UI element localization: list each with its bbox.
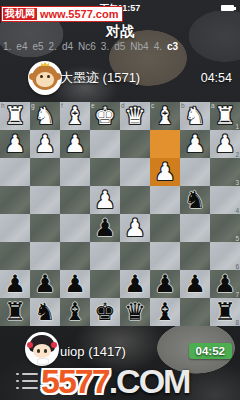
square-b3[interactable] <box>180 158 210 186</box>
piece-bP: ♟ <box>60 270 90 298</box>
square-b5[interactable] <box>180 214 210 242</box>
square-f3[interactable] <box>60 158 90 186</box>
piece-wR: ♜ <box>210 102 240 130</box>
watermark-number: 5577 <box>41 362 109 400</box>
ad-site-name: 我机网 <box>3 8 37 20</box>
piece-bN: ♞ <box>180 186 210 214</box>
square-b1[interactable]: b♞ <box>180 102 210 130</box>
piece-wN: ♞ <box>180 102 210 130</box>
square-d8[interactable]: ♛ <box>120 298 150 326</box>
square-b4[interactable]: ♞ <box>180 186 210 214</box>
square-e5[interactable]: ♟ <box>90 214 120 242</box>
opponent-name: 大墨迹 (1571) <box>60 69 140 87</box>
square-a6[interactable]: 6 <box>210 242 240 270</box>
square-d2[interactable] <box>120 130 150 158</box>
square-e3[interactable] <box>90 158 120 186</box>
square-e2[interactable] <box>90 130 120 158</box>
girl-eye <box>44 349 47 353</box>
square-g8[interactable]: ♞ <box>30 298 60 326</box>
move-token: 1. <box>3 41 11 52</box>
piece-wK: ♚ <box>90 102 120 130</box>
square-e7[interactable] <box>90 270 120 298</box>
square-d5[interactable]: ♟ <box>120 214 150 242</box>
square-a5[interactable]: 5 <box>210 214 240 242</box>
rank-label: 5 <box>235 235 239 242</box>
square-g5[interactable] <box>30 214 60 242</box>
square-g6[interactable] <box>30 242 60 270</box>
square-b6[interactable] <box>180 242 210 270</box>
piece-bP: ♟ <box>210 270 240 298</box>
square-d7[interactable]: ♟ <box>120 270 150 298</box>
piece-bR: ♜ <box>0 298 30 326</box>
piece-wP: ♟ <box>30 130 60 158</box>
chess-board: h♜g♞f♝e♚d♛c♝b♞a1♜♟♟♟♟2♟♟3♟♞4♟♟56♟♟♟♟♟♟7♟… <box>0 102 240 326</box>
piece-bP: ♟ <box>180 270 210 298</box>
piece-bP: ♟ <box>0 270 30 298</box>
monkey-eye <box>40 75 43 78</box>
square-a4[interactable]: 4 <box>210 186 240 214</box>
square-e6[interactable] <box>90 242 120 270</box>
piece-wP: ♟ <box>60 130 90 158</box>
page-title: 对战 <box>0 23 240 41</box>
square-c3[interactable]: ♟ <box>150 158 180 186</box>
piece-bB: ♝ <box>150 298 180 326</box>
ad-watermark-badge[interactable]: 我机网 www.5577.com <box>1 6 123 22</box>
square-g1[interactable]: g♞ <box>30 102 60 130</box>
square-h5[interactable] <box>0 214 30 242</box>
square-g4[interactable] <box>30 186 60 214</box>
square-g2[interactable]: ♟ <box>30 130 60 158</box>
piece-wB: ♝ <box>150 102 180 130</box>
piece-wP: ♟ <box>150 158 180 186</box>
piece-wR: ♜ <box>0 102 30 130</box>
square-h3[interactable] <box>0 158 30 186</box>
piece-bN: ♞ <box>30 298 60 326</box>
square-a8[interactable]: 8♜ <box>210 298 240 326</box>
girl-bow <box>51 342 57 348</box>
square-d6[interactable] <box>120 242 150 270</box>
square-h8[interactable]: ♜ <box>0 298 30 326</box>
piece-bQ: ♛ <box>120 298 150 326</box>
move-token: Nb4 <box>130 41 148 52</box>
square-f7[interactable]: ♟ <box>60 270 90 298</box>
watermark-suffix: .COM <box>109 362 190 400</box>
piece-bP: ♟ <box>90 214 120 242</box>
square-f1[interactable]: f♝ <box>60 102 90 130</box>
rank-label: 6 <box>235 263 239 270</box>
square-f5[interactable] <box>60 214 90 242</box>
piece-wN: ♞ <box>30 102 60 130</box>
square-h7[interactable]: ♟ <box>0 270 30 298</box>
list-menu-icon[interactable] <box>15 372 39 391</box>
piece-bK: ♚ <box>90 298 120 326</box>
move-token: 2. <box>49 41 57 52</box>
piece-wB: ♝ <box>60 102 90 130</box>
monkey-ear <box>29 73 36 80</box>
rank-label: 3 <box>235 179 239 186</box>
square-f2[interactable]: ♟ <box>60 130 90 158</box>
square-h1[interactable]: h♜ <box>0 102 30 130</box>
piece-bB: ♝ <box>60 298 90 326</box>
opponent-clock: 04:54 <box>201 71 232 85</box>
move-token: 4. <box>154 41 162 52</box>
square-e8[interactable]: ♚ <box>90 298 120 326</box>
move-token: c3 <box>167 41 178 52</box>
square-f6[interactable] <box>60 242 90 270</box>
piece-wP: ♟ <box>210 130 240 158</box>
move-list: 1.e4e52.d4Nc63.d5Nb44.c3 <box>0 41 240 52</box>
app-screen: 下午11:57 我机网 www.5577.com 对战 1.e4e52.d4Nc… <box>0 0 240 400</box>
square-h6[interactable] <box>0 242 30 270</box>
square-g7[interactable]: ♟ <box>30 270 60 298</box>
square-f8[interactable]: ♝ <box>60 298 90 326</box>
piece-wP: ♟ <box>90 186 120 214</box>
girl-eye <box>37 349 40 353</box>
square-b2[interactable]: ♟ <box>180 130 210 158</box>
square-c7[interactable]: ♟ <box>150 270 180 298</box>
piece-wP: ♟ <box>180 130 210 158</box>
square-g3[interactable] <box>30 158 60 186</box>
ad-site-url: www.5577.com <box>37 8 121 20</box>
rank-label: 4 <box>235 207 239 214</box>
square-a3[interactable]: 3 <box>210 158 240 186</box>
square-a1[interactable]: a1♜ <box>210 102 240 130</box>
square-f4[interactable] <box>60 186 90 214</box>
square-b7[interactable]: ♟ <box>180 270 210 298</box>
move-token: d4 <box>62 41 73 52</box>
square-c5[interactable] <box>150 214 180 242</box>
move-token: Nc6 <box>78 41 96 52</box>
square-d4[interactable] <box>120 186 150 214</box>
piece-wP: ♟ <box>120 214 150 242</box>
square-a7[interactable]: 7♟ <box>210 270 240 298</box>
watermark-5577[interactable]: 5577.COM <box>41 362 189 400</box>
square-c4[interactable] <box>150 186 180 214</box>
move-token: e5 <box>32 41 43 52</box>
square-e4[interactable]: ♟ <box>90 186 120 214</box>
move-token: 3. <box>101 41 109 52</box>
self-clock: 04:52 <box>189 343 232 359</box>
opponent-player-bar: 大墨迹 (1571) 04:54 <box>0 58 240 98</box>
piece-wQ: ♛ <box>120 102 150 130</box>
girl-face <box>33 344 51 358</box>
piece-bP: ♟ <box>120 270 150 298</box>
piece-bP: ♟ <box>30 270 60 298</box>
square-e1[interactable]: e♚ <box>90 102 120 130</box>
square-a2[interactable]: 2♟ <box>210 130 240 158</box>
monkey-face <box>36 72 54 87</box>
square-c8[interactable]: ♝ <box>150 298 180 326</box>
move-token: d5 <box>114 41 125 52</box>
square-d1[interactable]: d♛ <box>120 102 150 130</box>
monkey-eye <box>47 75 50 78</box>
piece-bP: ♟ <box>150 270 180 298</box>
square-c2[interactable] <box>150 130 180 158</box>
move-token: e4 <box>16 41 27 52</box>
self-avatar[interactable] <box>25 332 59 366</box>
monkey-crown <box>41 62 49 66</box>
square-h2[interactable]: ♟ <box>0 130 30 158</box>
square-c1[interactable]: c♝ <box>150 102 180 130</box>
piece-bR: ♜ <box>210 298 240 326</box>
square-d3[interactable] <box>120 158 150 186</box>
girl-bow <box>27 342 33 348</box>
opponent-avatar[interactable] <box>28 61 62 95</box>
square-b8[interactable] <box>180 298 210 326</box>
piece-wP: ♟ <box>0 130 30 158</box>
square-c6[interactable] <box>150 242 180 270</box>
battery-icon <box>221 5 234 11</box>
self-name: uiop (1417) <box>60 344 126 359</box>
square-h4[interactable] <box>0 186 30 214</box>
